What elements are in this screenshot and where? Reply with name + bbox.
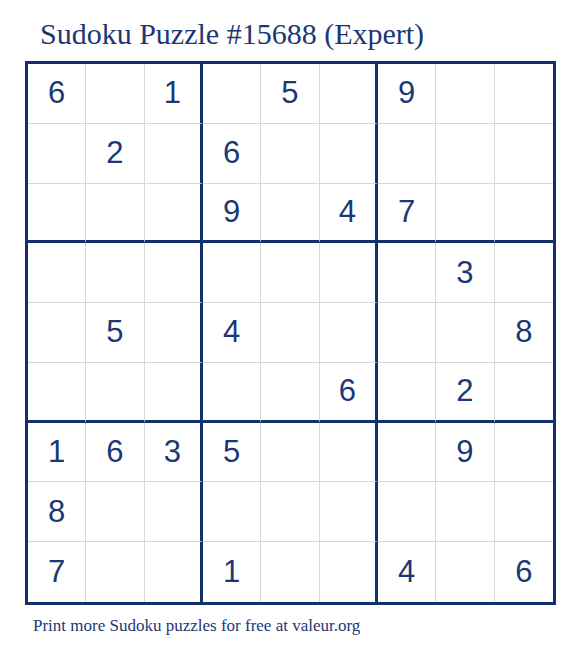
cell-r2c4: 6 <box>203 124 261 184</box>
cell-r6c3 <box>145 363 203 423</box>
cell-r7c7 <box>378 423 436 483</box>
cell-r7c6 <box>320 423 378 483</box>
cell-r6c2 <box>86 363 144 423</box>
cell-r3c3 <box>145 184 203 244</box>
cell-r7c1: 1 <box>28 423 86 483</box>
sudoku-board: 6159269473548621635987146 <box>25 61 556 605</box>
cell-r3c4: 9 <box>203 184 261 244</box>
cell-r2c3 <box>145 124 203 184</box>
cell-r5c6 <box>320 303 378 363</box>
cell-r5c1 <box>28 303 86 363</box>
cell-r9c5 <box>261 542 319 602</box>
cell-r4c8: 3 <box>436 243 494 303</box>
cell-r1c9 <box>495 64 553 124</box>
cell-r4c5 <box>261 243 319 303</box>
cell-r8c6 <box>320 482 378 542</box>
cell-r8c5 <box>261 482 319 542</box>
cell-r6c6: 6 <box>320 363 378 423</box>
cell-r4c2 <box>86 243 144 303</box>
cell-r9c8 <box>436 542 494 602</box>
cell-r8c1: 8 <box>28 482 86 542</box>
cell-r1c8 <box>436 64 494 124</box>
cell-r1c7: 9 <box>378 64 436 124</box>
cell-r6c8: 2 <box>436 363 494 423</box>
cell-r1c3: 1 <box>145 64 203 124</box>
cell-r4c9 <box>495 243 553 303</box>
cell-r5c4: 4 <box>203 303 261 363</box>
cell-r7c3: 3 <box>145 423 203 483</box>
cell-r9c4: 1 <box>203 542 261 602</box>
cell-r2c9 <box>495 124 553 184</box>
cell-r3c5 <box>261 184 319 244</box>
cell-r8c2 <box>86 482 144 542</box>
cell-r4c3 <box>145 243 203 303</box>
cell-r2c8 <box>436 124 494 184</box>
cell-r2c5 <box>261 124 319 184</box>
cell-r1c1: 6 <box>28 64 86 124</box>
cell-r5c8 <box>436 303 494 363</box>
cell-r5c7 <box>378 303 436 363</box>
cell-r7c8: 9 <box>436 423 494 483</box>
cell-r6c7 <box>378 363 436 423</box>
cell-r4c1 <box>28 243 86 303</box>
cell-r2c2: 2 <box>86 124 144 184</box>
cell-r2c6 <box>320 124 378 184</box>
cell-r7c5 <box>261 423 319 483</box>
cell-r6c4 <box>203 363 261 423</box>
cell-r3c6: 4 <box>320 184 378 244</box>
cell-r5c9: 8 <box>495 303 553 363</box>
cell-r3c8 <box>436 184 494 244</box>
cell-r7c4: 5 <box>203 423 261 483</box>
cell-r1c4 <box>203 64 261 124</box>
cell-r5c5 <box>261 303 319 363</box>
cell-r1c5: 5 <box>261 64 319 124</box>
cell-r4c4 <box>203 243 261 303</box>
cell-r9c1: 7 <box>28 542 86 602</box>
cell-r8c3 <box>145 482 203 542</box>
cell-r8c4 <box>203 482 261 542</box>
cell-r7c9 <box>495 423 553 483</box>
cell-r8c7 <box>378 482 436 542</box>
cell-r3c9 <box>495 184 553 244</box>
cell-r6c9 <box>495 363 553 423</box>
cell-r2c7 <box>378 124 436 184</box>
cell-r9c6 <box>320 542 378 602</box>
cell-r4c6 <box>320 243 378 303</box>
cell-r3c2 <box>86 184 144 244</box>
cell-r9c2 <box>86 542 144 602</box>
cell-r1c2 <box>86 64 144 124</box>
cell-r6c1 <box>28 363 86 423</box>
cell-r8c9 <box>495 482 553 542</box>
puzzle-title: Sudoku Puzzle #15688 (Expert) <box>40 17 424 51</box>
cell-r5c3 <box>145 303 203 363</box>
cell-r9c9: 6 <box>495 542 553 602</box>
cell-r2c1 <box>28 124 86 184</box>
cell-r9c3 <box>145 542 203 602</box>
cell-r8c8 <box>436 482 494 542</box>
cell-r5c2: 5 <box>86 303 144 363</box>
cell-r6c5 <box>261 363 319 423</box>
cell-r3c1 <box>28 184 86 244</box>
cell-r4c7 <box>378 243 436 303</box>
cell-r7c2: 6 <box>86 423 144 483</box>
footer-text: Print more Sudoku puzzles for free at va… <box>33 616 360 636</box>
cell-r3c7: 7 <box>378 184 436 244</box>
cell-r1c6 <box>320 64 378 124</box>
cell-r9c7: 4 <box>378 542 436 602</box>
